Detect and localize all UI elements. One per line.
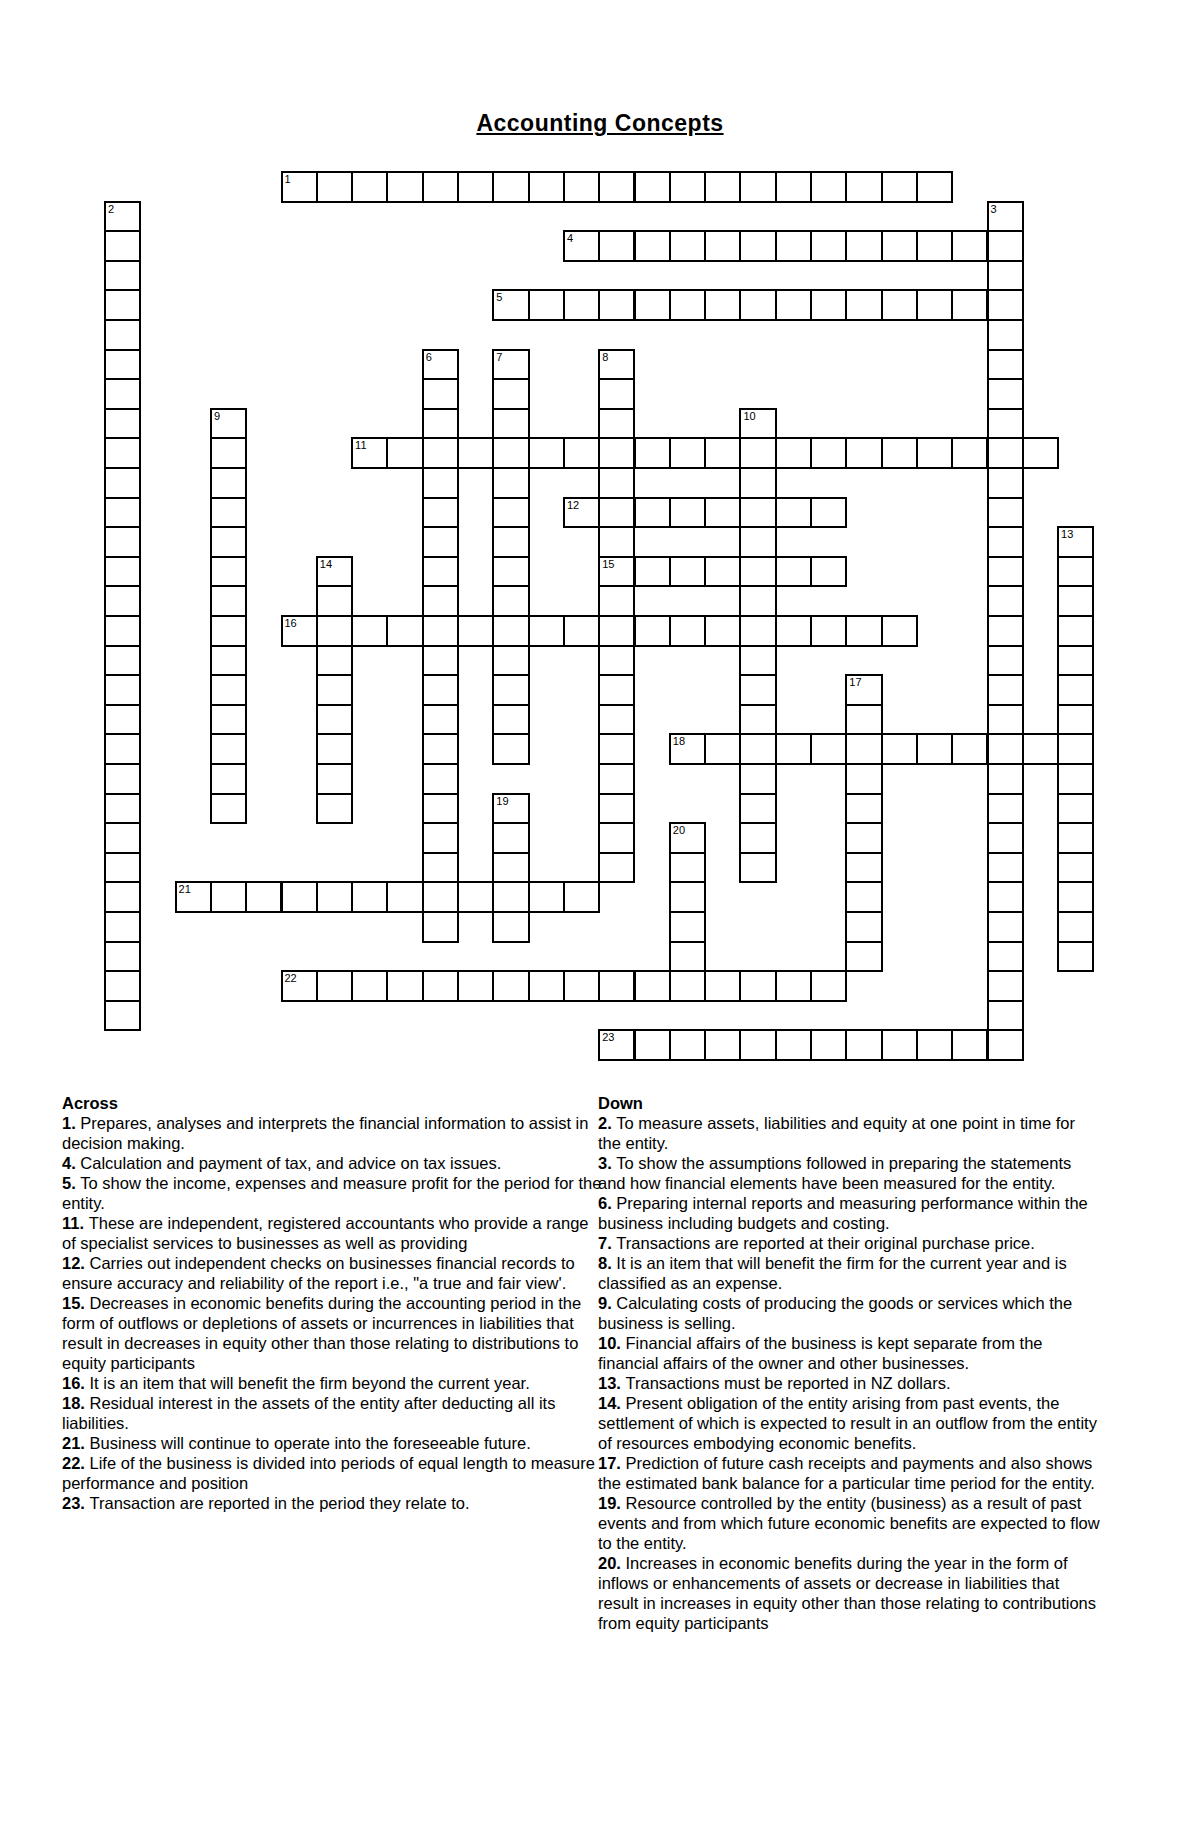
grid-cell[interactable] — [210, 615, 247, 647]
grid-cell[interactable] — [634, 615, 671, 647]
grid-cell[interactable] — [775, 1029, 812, 1061]
grid-cell[interactable] — [210, 674, 247, 706]
grid-cell[interactable] — [598, 793, 635, 825]
grid-cell[interactable] — [810, 230, 847, 262]
grid-cell[interactable] — [104, 526, 141, 558]
grid-cell[interactable] — [987, 763, 1024, 795]
grid-cell[interactable] — [422, 763, 459, 795]
grid-cell[interactable] — [810, 615, 847, 647]
grid-cell[interactable] — [492, 645, 529, 677]
grid-cell[interactable] — [598, 171, 635, 203]
grid-cell[interactable] — [210, 881, 247, 913]
grid-cell[interactable] — [104, 349, 141, 381]
grid-cell[interactable]: 5 — [492, 289, 529, 321]
grid-cell[interactable] — [563, 881, 600, 913]
grid-cell[interactable] — [598, 645, 635, 677]
grid-cell[interactable] — [316, 585, 353, 617]
grid-cell[interactable] — [104, 1000, 141, 1032]
grid-cell[interactable] — [210, 526, 247, 558]
grid-cell[interactable] — [987, 645, 1024, 677]
grid-cell[interactable] — [104, 467, 141, 499]
grid-cell[interactable]: 18 — [669, 733, 706, 765]
grid-cell[interactable] — [704, 556, 741, 588]
grid-cell[interactable] — [845, 437, 882, 469]
grid-cell[interactable] — [210, 467, 247, 499]
grid-cell[interactable] — [104, 970, 141, 1002]
grid-cell[interactable] — [669, 437, 706, 469]
grid-cell[interactable] — [598, 852, 635, 884]
grid-cell[interactable]: 7 — [492, 349, 529, 381]
grid-cell[interactable] — [492, 556, 529, 588]
grid-cell[interactable] — [704, 289, 741, 321]
grid-cell[interactable] — [104, 645, 141, 677]
grid-cell[interactable] — [492, 852, 529, 884]
grid-cell[interactable] — [1057, 674, 1094, 706]
grid-cell[interactable] — [386, 970, 423, 1002]
grid-cell[interactable]: 6 — [422, 349, 459, 381]
grid-cell[interactable] — [739, 171, 776, 203]
grid-cell[interactable] — [457, 881, 494, 913]
grid-cell[interactable] — [634, 289, 671, 321]
grid-cell[interactable] — [104, 408, 141, 440]
grid-cell[interactable]: 9 — [210, 408, 247, 440]
grid-cell[interactable] — [492, 733, 529, 765]
grid-cell[interactable] — [104, 378, 141, 410]
grid-cell[interactable] — [598, 585, 635, 617]
grid-cell[interactable] — [210, 556, 247, 588]
grid-cell[interactable] — [775, 171, 812, 203]
grid-cell[interactable] — [316, 645, 353, 677]
grid-cell[interactable] — [669, 911, 706, 943]
grid-cell[interactable] — [845, 941, 882, 973]
grid-cell[interactable] — [810, 497, 847, 529]
grid-cell[interactable]: 3 — [987, 201, 1024, 233]
grid-cell[interactable] — [987, 467, 1024, 499]
grid-cell[interactable] — [492, 467, 529, 499]
grid-cell[interactable] — [422, 408, 459, 440]
grid-cell[interactable] — [104, 260, 141, 292]
grid-cell[interactable] — [810, 171, 847, 203]
grid-cell[interactable] — [739, 230, 776, 262]
grid-cell[interactable] — [422, 526, 459, 558]
grid-cell[interactable] — [316, 733, 353, 765]
grid-cell[interactable] — [987, 793, 1024, 825]
grid-cell[interactable] — [316, 704, 353, 736]
grid-cell[interactable] — [563, 437, 600, 469]
grid-cell[interactable] — [704, 615, 741, 647]
grid-cell[interactable] — [1057, 852, 1094, 884]
grid-cell[interactable] — [422, 556, 459, 588]
grid-cell[interactable] — [351, 881, 388, 913]
grid-cell[interactable] — [634, 437, 671, 469]
grid-cell[interactable] — [422, 911, 459, 943]
grid-cell[interactable] — [563, 615, 600, 647]
grid-cell[interactable] — [704, 1029, 741, 1061]
grid-cell[interactable] — [845, 822, 882, 854]
grid-cell[interactable] — [775, 497, 812, 529]
grid-cell[interactable] — [987, 260, 1024, 292]
grid-cell[interactable] — [422, 171, 459, 203]
grid-cell[interactable] — [987, 230, 1024, 262]
grid-cell[interactable] — [598, 822, 635, 854]
grid-cell[interactable] — [316, 793, 353, 825]
grid-cell[interactable] — [351, 615, 388, 647]
grid-cell[interactable] — [739, 615, 776, 647]
grid-cell[interactable] — [351, 171, 388, 203]
grid-cell[interactable] — [598, 497, 635, 529]
grid-cell[interactable] — [316, 763, 353, 795]
grid-cell[interactable] — [669, 1029, 706, 1061]
grid-cell[interactable] — [739, 437, 776, 469]
grid-cell[interactable] — [881, 437, 918, 469]
grid-cell[interactable] — [422, 733, 459, 765]
grid-cell[interactable] — [316, 881, 353, 913]
grid-cell[interactable] — [775, 437, 812, 469]
grid-cell[interactable] — [104, 319, 141, 351]
grid-cell[interactable]: 1 — [281, 171, 318, 203]
grid-cell[interactable]: 23 — [598, 1029, 635, 1061]
grid-cell[interactable] — [1022, 437, 1059, 469]
grid-cell[interactable] — [1057, 556, 1094, 588]
grid-cell[interactable]: 12 — [563, 497, 600, 529]
grid-cell[interactable] — [104, 911, 141, 943]
grid-cell[interactable] — [739, 793, 776, 825]
grid-cell[interactable] — [916, 230, 953, 262]
grid-cell[interactable] — [845, 171, 882, 203]
grid-cell[interactable]: 17 — [845, 674, 882, 706]
grid-cell[interactable] — [598, 763, 635, 795]
grid-cell[interactable] — [210, 497, 247, 529]
grid-cell[interactable] — [634, 497, 671, 529]
grid-cell[interactable] — [987, 497, 1024, 529]
grid-cell[interactable] — [987, 1000, 1024, 1032]
grid-cell[interactable] — [739, 970, 776, 1002]
grid-cell[interactable] — [634, 970, 671, 1002]
grid-cell[interactable] — [881, 171, 918, 203]
grid-cell[interactable] — [739, 822, 776, 854]
grid-cell[interactable] — [987, 911, 1024, 943]
grid-cell[interactable] — [457, 437, 494, 469]
grid-cell[interactable] — [316, 674, 353, 706]
grid-cell[interactable] — [457, 615, 494, 647]
grid-cell[interactable] — [881, 289, 918, 321]
grid-cell[interactable] — [987, 615, 1024, 647]
grid-cell[interactable]: 21 — [175, 881, 212, 913]
grid-cell[interactable] — [987, 733, 1024, 765]
grid-cell[interactable] — [492, 970, 529, 1002]
grid-cell[interactable] — [422, 852, 459, 884]
grid-cell[interactable] — [316, 970, 353, 1002]
grid-cell[interactable] — [598, 378, 635, 410]
grid-cell[interactable] — [739, 556, 776, 588]
grid-cell[interactable] — [739, 1029, 776, 1061]
grid-cell[interactable] — [528, 171, 565, 203]
grid-cell[interactable] — [669, 852, 706, 884]
grid-cell[interactable] — [316, 615, 353, 647]
grid-cell[interactable] — [951, 1029, 988, 1061]
grid-cell[interactable] — [987, 526, 1024, 558]
grid-cell[interactable] — [775, 556, 812, 588]
grid-cell[interactable] — [881, 733, 918, 765]
grid-cell[interactable] — [987, 852, 1024, 884]
grid-cell[interactable] — [457, 171, 494, 203]
grid-cell[interactable] — [422, 822, 459, 854]
grid-cell[interactable] — [598, 733, 635, 765]
grid-cell[interactable]: 8 — [598, 349, 635, 381]
grid-cell[interactable] — [845, 704, 882, 736]
grid-cell[interactable] — [845, 289, 882, 321]
grid-cell[interactable] — [528, 289, 565, 321]
grid-cell[interactable]: 22 — [281, 970, 318, 1002]
grid-cell[interactable] — [386, 881, 423, 913]
grid-cell[interactable] — [1057, 793, 1094, 825]
grid-cell[interactable] — [492, 585, 529, 617]
grid-cell[interactable] — [669, 881, 706, 913]
grid-cell[interactable] — [598, 408, 635, 440]
grid-cell[interactable] — [492, 674, 529, 706]
grid-cell[interactable] — [916, 1029, 953, 1061]
grid-cell[interactable] — [598, 437, 635, 469]
grid-cell[interactable] — [775, 733, 812, 765]
grid-cell[interactable] — [422, 881, 459, 913]
grid-cell[interactable]: 15 — [598, 556, 635, 588]
grid-cell[interactable]: 16 — [281, 615, 318, 647]
grid-cell[interactable] — [739, 852, 776, 884]
grid-cell[interactable] — [987, 319, 1024, 351]
grid-cell[interactable] — [634, 230, 671, 262]
grid-cell[interactable] — [1057, 911, 1094, 943]
grid-cell[interactable] — [104, 941, 141, 973]
grid-cell[interactable] — [739, 763, 776, 795]
grid-cell[interactable] — [422, 378, 459, 410]
grid-cell[interactable] — [104, 733, 141, 765]
grid-cell[interactable] — [739, 585, 776, 617]
grid-cell[interactable] — [951, 437, 988, 469]
grid-cell[interactable] — [810, 556, 847, 588]
grid-cell[interactable] — [845, 793, 882, 825]
grid-cell[interactable] — [104, 230, 141, 262]
grid-cell[interactable] — [316, 171, 353, 203]
grid-cell[interactable] — [916, 437, 953, 469]
grid-cell[interactable] — [775, 615, 812, 647]
grid-cell[interactable] — [704, 970, 741, 1002]
grid-cell[interactable] — [1057, 733, 1094, 765]
grid-cell[interactable] — [881, 1029, 918, 1061]
grid-cell[interactable] — [951, 733, 988, 765]
grid-cell[interactable] — [987, 556, 1024, 588]
grid-cell[interactable] — [1057, 763, 1094, 795]
grid-cell[interactable] — [386, 615, 423, 647]
grid-cell[interactable] — [775, 230, 812, 262]
grid-cell[interactable] — [845, 911, 882, 943]
grid-cell[interactable] — [598, 526, 635, 558]
grid-cell[interactable] — [987, 378, 1024, 410]
grid-cell[interactable] — [669, 970, 706, 1002]
grid-cell[interactable] — [634, 1029, 671, 1061]
grid-cell[interactable] — [951, 289, 988, 321]
grid-cell[interactable] — [845, 881, 882, 913]
grid-cell[interactable] — [987, 704, 1024, 736]
grid-cell[interactable] — [104, 793, 141, 825]
grid-cell[interactable] — [598, 674, 635, 706]
grid-cell[interactable] — [704, 733, 741, 765]
grid-cell[interactable] — [422, 793, 459, 825]
grid-cell[interactable] — [104, 852, 141, 884]
grid-cell[interactable] — [881, 615, 918, 647]
grid-cell[interactable] — [739, 645, 776, 677]
grid-cell[interactable] — [739, 497, 776, 529]
grid-cell[interactable] — [987, 349, 1024, 381]
grid-cell[interactable] — [775, 970, 812, 1002]
grid-cell[interactable] — [845, 1029, 882, 1061]
grid-cell[interactable] — [104, 437, 141, 469]
grid-cell[interactable] — [104, 704, 141, 736]
grid-cell[interactable] — [245, 881, 282, 913]
grid-cell[interactable] — [916, 171, 953, 203]
grid-cell[interactable] — [810, 289, 847, 321]
grid-cell[interactable] — [1057, 704, 1094, 736]
grid-cell[interactable] — [598, 289, 635, 321]
grid-cell[interactable] — [669, 941, 706, 973]
grid-cell[interactable] — [422, 674, 459, 706]
grid-cell[interactable] — [987, 822, 1024, 854]
grid-cell[interactable] — [422, 585, 459, 617]
grid-cell[interactable] — [634, 556, 671, 588]
grid-cell[interactable] — [669, 497, 706, 529]
grid-cell[interactable] — [457, 970, 494, 1002]
grid-cell[interactable] — [104, 497, 141, 529]
grid-cell[interactable] — [563, 970, 600, 1002]
grid-cell[interactable] — [845, 733, 882, 765]
grid-cell[interactable] — [1057, 615, 1094, 647]
grid-cell[interactable] — [210, 585, 247, 617]
grid-cell[interactable] — [987, 437, 1024, 469]
grid-cell[interactable] — [492, 881, 529, 913]
grid-cell[interactable] — [492, 378, 529, 410]
grid-cell[interactable] — [104, 615, 141, 647]
grid-cell[interactable]: 19 — [492, 793, 529, 825]
grid-cell[interactable] — [422, 467, 459, 499]
grid-cell[interactable] — [210, 793, 247, 825]
grid-cell[interactable] — [775, 289, 812, 321]
grid-cell[interactable] — [881, 230, 918, 262]
grid-cell[interactable] — [281, 881, 318, 913]
grid-cell[interactable] — [386, 171, 423, 203]
grid-cell[interactable] — [598, 704, 635, 736]
grid-cell[interactable] — [422, 437, 459, 469]
grid-cell[interactable] — [210, 437, 247, 469]
grid-cell[interactable] — [1057, 881, 1094, 913]
grid-cell[interactable] — [422, 615, 459, 647]
grid-cell[interactable] — [104, 674, 141, 706]
grid-cell[interactable]: 2 — [104, 201, 141, 233]
grid-cell[interactable] — [528, 881, 565, 913]
grid-cell[interactable] — [422, 704, 459, 736]
grid-cell[interactable] — [492, 526, 529, 558]
grid-cell[interactable] — [987, 881, 1024, 913]
grid-cell[interactable] — [386, 437, 423, 469]
grid-cell[interactable] — [598, 230, 635, 262]
grid-cell[interactable] — [598, 615, 635, 647]
grid-cell[interactable] — [951, 230, 988, 262]
grid-cell[interactable]: 4 — [563, 230, 600, 262]
grid-cell[interactable]: 20 — [669, 822, 706, 854]
grid-cell[interactable] — [1057, 941, 1094, 973]
grid-cell[interactable] — [104, 881, 141, 913]
grid-cell[interactable] — [422, 970, 459, 1002]
grid-cell[interactable] — [210, 763, 247, 795]
grid-cell[interactable] — [845, 852, 882, 884]
grid-cell[interactable] — [492, 497, 529, 529]
grid-cell[interactable] — [669, 289, 706, 321]
grid-cell[interactable] — [845, 763, 882, 795]
grid-cell[interactable] — [987, 674, 1024, 706]
grid-cell[interactable] — [739, 467, 776, 499]
grid-cell[interactable] — [598, 467, 635, 499]
grid-cell[interactable] — [563, 171, 600, 203]
grid-cell[interactable] — [351, 970, 388, 1002]
grid-cell[interactable] — [104, 822, 141, 854]
grid-cell[interactable] — [669, 230, 706, 262]
grid-cell[interactable] — [704, 497, 741, 529]
grid-cell[interactable] — [492, 437, 529, 469]
grid-cell[interactable] — [210, 704, 247, 736]
grid-cell[interactable] — [669, 556, 706, 588]
grid-cell[interactable] — [210, 733, 247, 765]
grid-cell[interactable] — [492, 171, 529, 203]
grid-cell[interactable] — [987, 408, 1024, 440]
grid-cell[interactable] — [704, 230, 741, 262]
grid-cell[interactable] — [704, 437, 741, 469]
grid-cell[interactable]: 13 — [1057, 526, 1094, 558]
grid-cell[interactable] — [987, 941, 1024, 973]
grid-cell[interactable] — [104, 585, 141, 617]
grid-cell[interactable] — [739, 526, 776, 558]
grid-cell[interactable] — [492, 911, 529, 943]
grid-cell[interactable] — [916, 289, 953, 321]
grid-cell[interactable] — [528, 437, 565, 469]
grid-cell[interactable] — [669, 615, 706, 647]
grid-cell[interactable] — [210, 645, 247, 677]
grid-cell[interactable] — [810, 1029, 847, 1061]
grid-cell[interactable] — [634, 171, 671, 203]
grid-cell[interactable] — [528, 615, 565, 647]
grid-cell[interactable] — [987, 585, 1024, 617]
grid-cell[interactable] — [810, 437, 847, 469]
grid-cell[interactable] — [1022, 733, 1059, 765]
grid-cell[interactable]: 14 — [316, 556, 353, 588]
grid-cell[interactable]: 10 — [739, 408, 776, 440]
grid-cell[interactable] — [739, 704, 776, 736]
grid-cell[interactable]: 11 — [351, 437, 388, 469]
grid-cell[interactable] — [810, 733, 847, 765]
grid-cell[interactable] — [810, 970, 847, 1002]
grid-cell[interactable] — [1057, 822, 1094, 854]
grid-cell[interactable] — [492, 822, 529, 854]
grid-cell[interactable] — [987, 289, 1024, 321]
grid-cell[interactable] — [422, 497, 459, 529]
grid-cell[interactable] — [916, 733, 953, 765]
grid-cell[interactable] — [104, 556, 141, 588]
grid-cell[interactable] — [492, 408, 529, 440]
grid-cell[interactable] — [845, 615, 882, 647]
grid-cell[interactable] — [563, 289, 600, 321]
grid-cell[interactable] — [422, 645, 459, 677]
grid-cell[interactable] — [598, 970, 635, 1002]
grid-cell[interactable] — [987, 1029, 1024, 1061]
grid-cell[interactable] — [704, 171, 741, 203]
grid-cell[interactable] — [1057, 585, 1094, 617]
